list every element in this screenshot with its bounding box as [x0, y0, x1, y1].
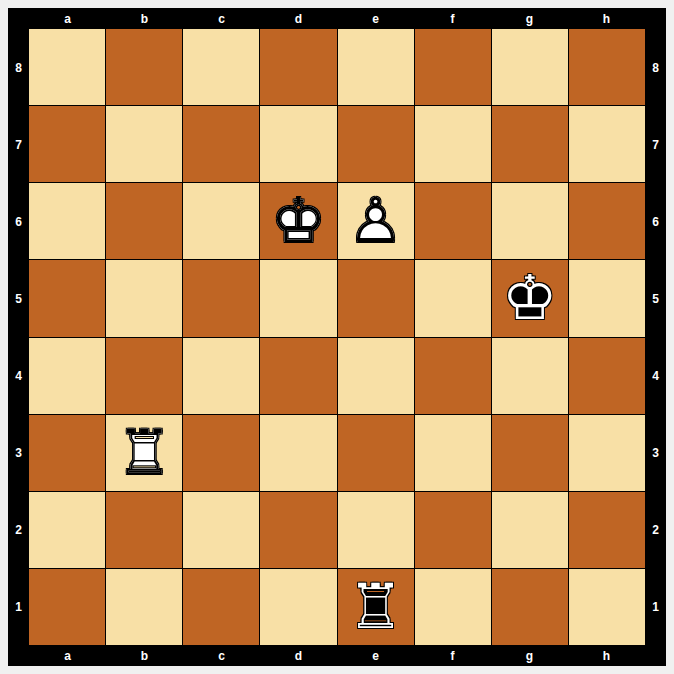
square-d6[interactable]: ♚♔: [260, 183, 336, 259]
square-h2[interactable]: [569, 492, 645, 568]
square-g3[interactable]: [492, 415, 568, 491]
page-background: abcdefgh 87654321 ♚♔♟♙♚♔♜♖♜♖ 87654321 ab…: [0, 0, 674, 674]
black-king-glyph-outline: ♔: [502, 267, 558, 329]
square-a3[interactable]: [29, 415, 105, 491]
square-e7[interactable]: [338, 106, 414, 182]
rank-label-left-8: 8: [8, 29, 29, 106]
rank-label-right-4: 4: [645, 337, 666, 414]
square-g1[interactable]: [492, 569, 568, 645]
rank-label-left-4: 4: [8, 337, 29, 414]
square-h6[interactable]: [569, 183, 645, 259]
piece-black-rook-e1[interactable]: ♜♖: [338, 569, 414, 645]
square-f4[interactable]: [415, 338, 491, 414]
rank-label-right-5: 5: [645, 260, 666, 337]
square-f3[interactable]: [415, 415, 491, 491]
square-d1[interactable]: [260, 569, 336, 645]
square-f1[interactable]: [415, 569, 491, 645]
square-e5[interactable]: [338, 260, 414, 336]
file-label-bottom-g: g: [491, 645, 568, 666]
square-b8[interactable]: [106, 29, 182, 105]
file-label-bottom-c: c: [183, 645, 260, 666]
file-labels-top: abcdefgh: [29, 8, 645, 29]
rank-label-right-2: 2: [645, 491, 666, 568]
square-g5[interactable]: ♚♔: [492, 260, 568, 336]
rank-label-left-7: 7: [8, 106, 29, 183]
square-f5[interactable]: [415, 260, 491, 336]
file-label-bottom-h: h: [568, 645, 645, 666]
white-pawn-glyph-outline: ♙: [348, 190, 404, 252]
black-rook-glyph-fill: ♜: [348, 576, 404, 638]
square-h3[interactable]: [569, 415, 645, 491]
rank-label-right-1: 1: [645, 568, 666, 645]
square-a4[interactable]: [29, 338, 105, 414]
file-label-top-a: a: [29, 8, 106, 29]
square-e3[interactable]: [338, 415, 414, 491]
square-a2[interactable]: [29, 492, 105, 568]
white-king-glyph-fill: ♚: [271, 190, 327, 252]
square-f7[interactable]: [415, 106, 491, 182]
rank-label-left-1: 1: [8, 568, 29, 645]
rank-label-right-7: 7: [645, 106, 666, 183]
square-g6[interactable]: [492, 183, 568, 259]
board-frame: abcdefgh 87654321 ♚♔♟♙♚♔♜♖♜♖ 87654321 ab…: [8, 8, 666, 666]
piece-black-king-g5[interactable]: ♚♔: [492, 260, 568, 336]
white-pawn-glyph-fill: ♟: [348, 190, 404, 252]
square-c8[interactable]: [183, 29, 259, 105]
rank-label-right-8: 8: [645, 29, 666, 106]
white-king-glyph-outline: ♔: [271, 190, 327, 252]
rank-label-right-3: 3: [645, 414, 666, 491]
square-g4[interactable]: [492, 338, 568, 414]
file-label-top-f: f: [414, 8, 491, 29]
square-b2[interactable]: [106, 492, 182, 568]
square-b6[interactable]: [106, 183, 182, 259]
piece-white-pawn-e6[interactable]: ♟♙: [338, 183, 414, 259]
square-a7[interactable]: [29, 106, 105, 182]
square-b5[interactable]: [106, 260, 182, 336]
square-f6[interactable]: [415, 183, 491, 259]
rank-label-left-5: 5: [8, 260, 29, 337]
square-b4[interactable]: [106, 338, 182, 414]
rank-labels-right: 87654321: [645, 29, 666, 645]
square-f8[interactable]: [415, 29, 491, 105]
rank-label-left-3: 3: [8, 414, 29, 491]
square-e6[interactable]: ♟♙: [338, 183, 414, 259]
square-f2[interactable]: [415, 492, 491, 568]
square-d8[interactable]: [260, 29, 336, 105]
square-h4[interactable]: [569, 338, 645, 414]
square-b1[interactable]: [106, 569, 182, 645]
square-c5[interactable]: [183, 260, 259, 336]
file-label-bottom-a: a: [29, 645, 106, 666]
square-c6[interactable]: [183, 183, 259, 259]
file-labels-bottom: abcdefgh: [29, 645, 645, 666]
rank-label-left-2: 2: [8, 491, 29, 568]
square-g8[interactable]: [492, 29, 568, 105]
square-e1[interactable]: ♜♖: [338, 569, 414, 645]
square-d2[interactable]: [260, 492, 336, 568]
file-label-top-h: h: [568, 8, 645, 29]
piece-white-rook-b3[interactable]: ♜♖: [106, 415, 182, 491]
square-b7[interactable]: [106, 106, 182, 182]
square-g7[interactable]: [492, 106, 568, 182]
rank-labels-left: 87654321: [8, 29, 29, 645]
piece-white-king-d6[interactable]: ♚♔: [260, 183, 336, 259]
square-b3[interactable]: ♜♖: [106, 415, 182, 491]
square-h7[interactable]: [569, 106, 645, 182]
file-label-bottom-d: d: [260, 645, 337, 666]
file-label-top-b: b: [106, 8, 183, 29]
square-a1[interactable]: [29, 569, 105, 645]
square-c4[interactable]: [183, 338, 259, 414]
square-h1[interactable]: [569, 569, 645, 645]
square-d5[interactable]: [260, 260, 336, 336]
file-label-top-g: g: [491, 8, 568, 29]
square-a8[interactable]: [29, 29, 105, 105]
black-king-glyph-fill: ♚: [502, 267, 558, 329]
rank-label-left-6: 6: [8, 183, 29, 260]
square-c7[interactable]: [183, 106, 259, 182]
square-c1[interactable]: [183, 569, 259, 645]
file-label-bottom-b: b: [106, 645, 183, 666]
square-d3[interactable]: [260, 415, 336, 491]
file-label-bottom-e: e: [337, 645, 414, 666]
square-a6[interactable]: [29, 183, 105, 259]
rank-label-right-6: 6: [645, 183, 666, 260]
file-label-top-d: d: [260, 8, 337, 29]
square-a5[interactable]: [29, 260, 105, 336]
square-g2[interactable]: [492, 492, 568, 568]
square-h5[interactable]: [569, 260, 645, 336]
square-c3[interactable]: [183, 415, 259, 491]
square-d7[interactable]: [260, 106, 336, 182]
board: ♚♔♟♙♚♔♜♖♜♖: [29, 29, 645, 645]
file-label-top-e: e: [337, 8, 414, 29]
square-c2[interactable]: [183, 492, 259, 568]
square-e4[interactable]: [338, 338, 414, 414]
black-rook-glyph-outline: ♖: [348, 576, 404, 638]
square-e8[interactable]: [338, 29, 414, 105]
white-rook-glyph-outline: ♖: [116, 422, 172, 484]
file-label-bottom-f: f: [414, 645, 491, 666]
square-d4[interactable]: [260, 338, 336, 414]
file-label-top-c: c: [183, 8, 260, 29]
white-rook-glyph-fill: ♜: [116, 422, 172, 484]
square-h8[interactable]: [569, 29, 645, 105]
square-e2[interactable]: [338, 492, 414, 568]
